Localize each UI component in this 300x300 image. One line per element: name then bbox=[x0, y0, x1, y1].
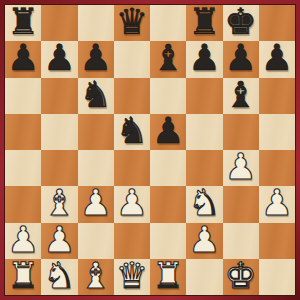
black-pawn-icon: ♟ bbox=[7, 41, 39, 76]
square-f7[interactable]: ♟ bbox=[186, 41, 222, 77]
black-knight-icon: ♞ bbox=[79, 78, 111, 113]
square-d8[interactable]: ♛ bbox=[114, 5, 150, 41]
square-f3[interactable]: ♞ bbox=[186, 186, 222, 222]
square-d7[interactable] bbox=[114, 41, 150, 77]
square-b2[interactable]: ♟ bbox=[41, 223, 77, 259]
square-c6[interactable]: ♞ bbox=[78, 78, 114, 114]
black-pawn-icon: ♟ bbox=[79, 41, 111, 76]
square-e1[interactable]: ♜ bbox=[150, 259, 186, 295]
square-f5[interactable] bbox=[186, 114, 222, 150]
square-g8[interactable]: ♚ bbox=[223, 5, 259, 41]
black-rook-icon: ♜ bbox=[7, 5, 39, 40]
white-queen-icon: ♛ bbox=[116, 259, 148, 294]
square-c8[interactable] bbox=[78, 5, 114, 41]
square-g3[interactable] bbox=[223, 186, 259, 222]
square-g6[interactable]: ♝ bbox=[223, 78, 259, 114]
square-c3[interactable]: ♟ bbox=[78, 186, 114, 222]
black-king-icon: ♚ bbox=[224, 5, 256, 40]
square-d5[interactable]: ♞ bbox=[114, 114, 150, 150]
black-pawn-icon: ♟ bbox=[224, 41, 256, 76]
square-h1[interactable] bbox=[259, 259, 295, 295]
square-e4[interactable] bbox=[150, 150, 186, 186]
square-h7[interactable]: ♟ bbox=[259, 41, 295, 77]
square-h2[interactable] bbox=[259, 223, 295, 259]
white-knight-icon: ♞ bbox=[43, 259, 75, 294]
square-d1[interactable]: ♛ bbox=[114, 259, 150, 295]
square-h6[interactable] bbox=[259, 78, 295, 114]
white-pawn-icon: ♟ bbox=[188, 223, 220, 258]
square-f8[interactable]: ♜ bbox=[186, 5, 222, 41]
square-b5[interactable] bbox=[41, 114, 77, 150]
white-knight-icon: ♞ bbox=[188, 186, 220, 221]
black-queen-icon: ♛ bbox=[116, 5, 148, 40]
chess-board-frame: ♜♛♜♚♟♟♟♝♟♟♟♞♝♞♟♟♝♟♟♞♟♟♟♟♜♞♝♛♜♚ bbox=[0, 0, 300, 300]
square-f1[interactable] bbox=[186, 259, 222, 295]
square-d6[interactable] bbox=[114, 78, 150, 114]
square-g5[interactable] bbox=[223, 114, 259, 150]
white-bishop-icon: ♝ bbox=[43, 186, 75, 221]
white-rook-icon: ♜ bbox=[152, 259, 184, 294]
square-a8[interactable]: ♜ bbox=[5, 5, 41, 41]
square-h3[interactable]: ♟ bbox=[259, 186, 295, 222]
square-b6[interactable] bbox=[41, 78, 77, 114]
white-pawn-icon: ♟ bbox=[7, 223, 39, 258]
white-rook-icon: ♜ bbox=[7, 259, 39, 294]
square-d4[interactable] bbox=[114, 150, 150, 186]
black-knight-icon: ♞ bbox=[116, 114, 148, 149]
square-c7[interactable]: ♟ bbox=[78, 41, 114, 77]
square-g2[interactable] bbox=[223, 223, 259, 259]
black-pawn-icon: ♟ bbox=[188, 41, 220, 76]
white-pawn-icon: ♟ bbox=[43, 223, 75, 258]
square-a2[interactable]: ♟ bbox=[5, 223, 41, 259]
black-pawn-icon: ♟ bbox=[43, 41, 75, 76]
square-b7[interactable]: ♟ bbox=[41, 41, 77, 77]
square-f2[interactable]: ♟ bbox=[186, 223, 222, 259]
square-a3[interactable] bbox=[5, 186, 41, 222]
white-pawn-icon: ♟ bbox=[116, 186, 148, 221]
black-pawn-icon: ♟ bbox=[261, 41, 293, 76]
square-c5[interactable] bbox=[78, 114, 114, 150]
square-f4[interactable] bbox=[186, 150, 222, 186]
white-pawn-icon: ♟ bbox=[261, 186, 293, 221]
square-c4[interactable] bbox=[78, 150, 114, 186]
square-e5[interactable]: ♟ bbox=[150, 114, 186, 150]
square-h4[interactable] bbox=[259, 150, 295, 186]
white-pawn-icon: ♟ bbox=[79, 186, 111, 221]
black-pawn-icon: ♟ bbox=[152, 114, 184, 149]
square-b8[interactable] bbox=[41, 5, 77, 41]
black-rook-icon: ♜ bbox=[188, 5, 220, 40]
square-d3[interactable]: ♟ bbox=[114, 186, 150, 222]
square-e6[interactable] bbox=[150, 78, 186, 114]
black-bishop-icon: ♝ bbox=[224, 78, 256, 113]
chess-board: ♜♛♜♚♟♟♟♝♟♟♟♞♝♞♟♟♝♟♟♞♟♟♟♟♜♞♝♛♜♚ bbox=[5, 5, 295, 295]
white-king-icon: ♚ bbox=[224, 259, 256, 294]
square-b4[interactable] bbox=[41, 150, 77, 186]
square-e3[interactable] bbox=[150, 186, 186, 222]
square-g4[interactable]: ♟ bbox=[223, 150, 259, 186]
square-g1[interactable]: ♚ bbox=[223, 259, 259, 295]
square-g7[interactable]: ♟ bbox=[223, 41, 259, 77]
square-e2[interactable] bbox=[150, 223, 186, 259]
square-a1[interactable]: ♜ bbox=[5, 259, 41, 295]
square-e8[interactable] bbox=[150, 5, 186, 41]
white-pawn-icon: ♟ bbox=[224, 150, 256, 185]
square-f6[interactable] bbox=[186, 78, 222, 114]
square-a5[interactable] bbox=[5, 114, 41, 150]
square-b1[interactable]: ♞ bbox=[41, 259, 77, 295]
square-a4[interactable] bbox=[5, 150, 41, 186]
black-bishop-icon: ♝ bbox=[152, 41, 184, 76]
square-c2[interactable] bbox=[78, 223, 114, 259]
square-a6[interactable] bbox=[5, 78, 41, 114]
square-c1[interactable]: ♝ bbox=[78, 259, 114, 295]
white-bishop-icon: ♝ bbox=[79, 259, 111, 294]
square-a7[interactable]: ♟ bbox=[5, 41, 41, 77]
square-e7[interactable]: ♝ bbox=[150, 41, 186, 77]
square-h8[interactable] bbox=[259, 5, 295, 41]
square-d2[interactable] bbox=[114, 223, 150, 259]
square-h5[interactable] bbox=[259, 114, 295, 150]
square-b3[interactable]: ♝ bbox=[41, 186, 77, 222]
